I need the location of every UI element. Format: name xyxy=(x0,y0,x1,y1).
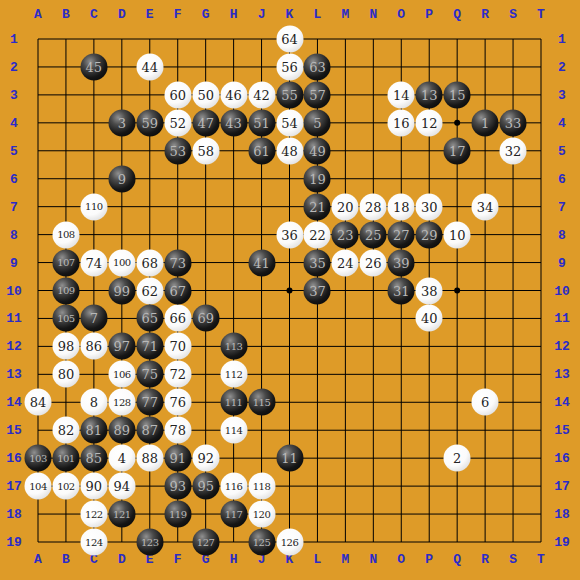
stone-white-60-F3[interactable]: 60 xyxy=(164,81,191,108)
coordinate-label-left-15: 15 xyxy=(6,423,22,438)
stone-white-58-G5[interactable]: 58 xyxy=(192,137,219,164)
stone-black-121-D18[interactable]: 121 xyxy=(108,501,135,528)
stone-black-7-C11[interactable]: 7 xyxy=(80,305,107,332)
move-number: 43 xyxy=(225,116,242,129)
coordinate-label-top-R: R xyxy=(481,7,489,22)
move-number: 55 xyxy=(281,88,298,101)
stone-black-127-G19[interactable]: 127 xyxy=(192,529,219,556)
move-number: 23 xyxy=(337,228,354,241)
stone-black-59-E4[interactable]: 59 xyxy=(136,109,163,136)
move-number: 29 xyxy=(421,228,438,241)
move-number: 14 xyxy=(393,88,410,101)
coordinate-label-right-12: 12 xyxy=(554,339,570,354)
coordinate-label-top-H: H xyxy=(230,7,238,22)
move-number: 35 xyxy=(309,256,326,269)
coordinate-label-right-13: 13 xyxy=(554,367,570,382)
move-number: 98 xyxy=(58,340,75,353)
coordinate-label-bottom-M: M xyxy=(341,552,349,567)
stone-white-54-K4[interactable]: 54 xyxy=(276,109,303,136)
stone-black-87-E15[interactable]: 87 xyxy=(136,417,163,444)
move-number: 95 xyxy=(197,480,214,493)
stone-white-116-H17[interactable]: 116 xyxy=(220,473,247,500)
stone-black-115-J14[interactable]: 115 xyxy=(248,389,275,416)
stone-white-80-B13[interactable]: 80 xyxy=(52,361,79,388)
stone-white-86-C12[interactable]: 86 xyxy=(80,333,107,360)
coordinate-label-top-B: B xyxy=(62,7,70,22)
stone-white-64-K1[interactable]: 64 xyxy=(276,26,303,53)
move-number: 128 xyxy=(113,397,131,407)
stone-white-36-K8[interactable]: 36 xyxy=(276,221,303,248)
move-number: 32 xyxy=(505,144,522,157)
stone-black-11-K16[interactable]: 11 xyxy=(276,445,303,472)
stone-black-71-E12[interactable]: 71 xyxy=(136,333,163,360)
move-number: 105 xyxy=(57,313,75,323)
move-number: 65 xyxy=(141,312,158,325)
move-number: 47 xyxy=(197,116,214,129)
move-number: 41 xyxy=(253,256,270,269)
stone-black-53-F5[interactable]: 53 xyxy=(164,137,191,164)
go-board[interactable]: AABBCCDDEEFFGGHHJJKKLLMMNNOOPPQQRRSSTT11… xyxy=(0,0,580,580)
stone-white-84-A14[interactable]: 84 xyxy=(25,389,52,416)
coordinate-label-bottom-P: P xyxy=(425,552,433,567)
stone-white-52-F4[interactable]: 52 xyxy=(164,109,191,136)
coordinate-label-top-D: D xyxy=(118,7,126,22)
move-number: 21 xyxy=(309,200,326,213)
move-number: 121 xyxy=(113,509,131,519)
move-number: 72 xyxy=(169,368,186,381)
coordinate-label-left-7: 7 xyxy=(10,199,18,214)
stone-white-124-C19[interactable]: 124 xyxy=(80,529,107,556)
stone-black-75-E13[interactable]: 75 xyxy=(136,361,163,388)
stone-black-109-B10[interactable]: 109 xyxy=(52,277,79,304)
stone-black-91-F16[interactable]: 91 xyxy=(164,445,191,472)
stone-black-61-J5[interactable]: 61 xyxy=(248,137,275,164)
move-number: 27 xyxy=(393,228,410,241)
move-number: 103 xyxy=(29,453,47,463)
stone-black-45-C2[interactable]: 45 xyxy=(80,53,107,80)
coordinate-label-bottom-D: D xyxy=(118,552,126,567)
coordinate-label-left-10: 10 xyxy=(6,283,22,298)
coordinate-label-bottom-H: H xyxy=(230,552,238,567)
coordinate-label-right-4: 4 xyxy=(558,115,566,130)
stone-white-38-P10[interactable]: 38 xyxy=(416,277,443,304)
move-number: 77 xyxy=(141,396,158,409)
stone-black-85-C16[interactable]: 85 xyxy=(80,445,107,472)
coordinate-label-top-E: E xyxy=(146,7,154,22)
move-number: 124 xyxy=(85,537,103,547)
coordinate-label-right-8: 8 xyxy=(558,227,566,242)
move-number: 24 xyxy=(337,256,354,269)
move-number: 18 xyxy=(393,200,410,213)
stone-black-33-S4[interactable]: 33 xyxy=(500,109,527,136)
move-number: 39 xyxy=(393,256,410,269)
coordinate-label-right-18: 18 xyxy=(554,507,570,522)
move-number: 2 xyxy=(453,452,461,465)
move-number: 85 xyxy=(86,452,103,465)
stone-black-123-E19[interactable]: 123 xyxy=(136,529,163,556)
move-number: 122 xyxy=(85,509,103,519)
move-number: 5 xyxy=(313,116,321,129)
star-point-Q10 xyxy=(454,288,460,294)
stone-black-25-N8[interactable]: 25 xyxy=(360,221,387,248)
coordinate-label-right-5: 5 xyxy=(558,143,566,158)
coordinate-label-left-9: 9 xyxy=(10,255,18,270)
move-number: 42 xyxy=(253,88,270,101)
stone-white-126-K19[interactable]: 126 xyxy=(276,529,303,556)
stone-black-3-D4[interactable]: 3 xyxy=(108,109,135,136)
coordinate-label-left-6: 6 xyxy=(10,171,18,186)
move-number: 56 xyxy=(281,60,298,73)
coordinate-label-left-8: 8 xyxy=(10,227,18,242)
move-number: 70 xyxy=(169,340,186,353)
move-number: 7 xyxy=(90,312,98,325)
stone-black-117-H18[interactable]: 117 xyxy=(220,501,247,528)
move-number: 86 xyxy=(86,340,103,353)
stone-black-63-L2[interactable]: 63 xyxy=(304,53,331,80)
move-number: 38 xyxy=(421,284,438,297)
stone-white-6-R14[interactable]: 6 xyxy=(472,389,499,416)
move-number: 125 xyxy=(253,537,271,547)
stone-black-73-F9[interactable]: 73 xyxy=(164,249,191,276)
stone-white-2-Q16[interactable]: 2 xyxy=(444,445,471,472)
stone-black-41-J9[interactable]: 41 xyxy=(248,249,275,276)
coordinate-label-right-15: 15 xyxy=(554,423,570,438)
stone-black-101-B16[interactable]: 101 xyxy=(52,445,79,472)
stone-white-108-B8[interactable]: 108 xyxy=(52,221,79,248)
stone-black-15-Q3[interactable]: 15 xyxy=(444,81,471,108)
stone-white-4-D16[interactable]: 4 xyxy=(108,445,135,472)
coordinate-label-bottom-L: L xyxy=(314,552,322,567)
stone-white-42-J3[interactable]: 42 xyxy=(248,81,275,108)
move-number: 67 xyxy=(169,284,186,297)
coordinate-label-left-1: 1 xyxy=(10,32,18,47)
stone-white-10-Q8[interactable]: 10 xyxy=(444,221,471,248)
move-number: 60 xyxy=(169,88,186,101)
coordinate-label-top-O: O xyxy=(397,7,405,22)
stone-black-1-R4[interactable]: 1 xyxy=(472,109,499,136)
coordinate-label-right-11: 11 xyxy=(554,311,570,326)
move-number: 93 xyxy=(169,480,186,493)
stone-black-21-L7[interactable]: 21 xyxy=(304,193,331,220)
move-number: 126 xyxy=(281,537,299,547)
move-number: 92 xyxy=(197,452,214,465)
stone-black-69-G11[interactable]: 69 xyxy=(192,305,219,332)
stone-black-81-C15[interactable]: 81 xyxy=(80,417,107,444)
coordinate-label-right-19: 19 xyxy=(554,535,570,550)
stone-black-51-J4[interactable]: 51 xyxy=(248,109,275,136)
move-number: 11 xyxy=(281,452,298,465)
stone-black-89-D15[interactable]: 89 xyxy=(108,417,135,444)
coordinate-label-top-L: L xyxy=(314,7,322,22)
move-number: 73 xyxy=(169,256,186,269)
stone-white-66-F11[interactable]: 66 xyxy=(164,305,191,332)
star-point-Q4 xyxy=(454,120,460,126)
move-number: 78 xyxy=(169,424,186,437)
coordinate-label-right-10: 10 xyxy=(554,283,570,298)
stone-white-72-F13[interactable]: 72 xyxy=(164,361,191,388)
stone-white-8-C14[interactable]: 8 xyxy=(80,389,107,416)
move-number: 101 xyxy=(57,453,75,463)
stone-white-112-H13[interactable]: 112 xyxy=(220,361,247,388)
stone-black-49-L5[interactable]: 49 xyxy=(304,137,331,164)
stone-white-102-B17[interactable]: 102 xyxy=(52,473,79,500)
stone-black-95-G17[interactable]: 95 xyxy=(192,473,219,500)
coordinate-label-right-16: 16 xyxy=(554,451,570,466)
move-number: 3 xyxy=(118,116,126,129)
move-number: 59 xyxy=(141,116,158,129)
stone-black-105-B11[interactable]: 105 xyxy=(52,305,79,332)
coordinate-label-right-9: 9 xyxy=(558,255,566,270)
move-number: 30 xyxy=(421,200,438,213)
move-number: 28 xyxy=(365,200,382,213)
stone-white-82-B15[interactable]: 82 xyxy=(52,417,79,444)
stone-white-22-L8[interactable]: 22 xyxy=(304,221,331,248)
stone-white-26-N9[interactable]: 26 xyxy=(360,249,387,276)
coordinate-label-right-14: 14 xyxy=(554,395,570,410)
stone-white-30-P7[interactable]: 30 xyxy=(416,193,443,220)
move-number: 1 xyxy=(481,116,489,129)
stone-black-103-A16[interactable]: 103 xyxy=(25,445,52,472)
move-number: 107 xyxy=(57,258,75,268)
move-number: 88 xyxy=(141,452,158,465)
move-number: 40 xyxy=(421,312,438,325)
stone-white-18-O7[interactable]: 18 xyxy=(388,193,415,220)
move-number: 97 xyxy=(114,340,131,353)
stone-white-12-P4[interactable]: 12 xyxy=(416,109,443,136)
coordinate-label-bottom-F: F xyxy=(174,552,182,567)
stone-white-106-D13[interactable]: 106 xyxy=(108,361,135,388)
stone-white-14-O3[interactable]: 14 xyxy=(388,81,415,108)
move-number: 69 xyxy=(197,312,214,325)
coordinate-label-bottom-O: O xyxy=(397,552,405,567)
move-number: 89 xyxy=(114,424,131,437)
stone-black-35-L9[interactable]: 35 xyxy=(304,249,331,276)
stone-black-31-O10[interactable]: 31 xyxy=(388,277,415,304)
coordinate-label-bottom-A: A xyxy=(34,552,42,567)
coordinate-label-left-16: 16 xyxy=(6,451,22,466)
coordinate-label-top-M: M xyxy=(341,7,349,22)
move-number: 99 xyxy=(114,284,131,297)
stone-white-88-E16[interactable]: 88 xyxy=(136,445,163,472)
stone-white-94-D17[interactable]: 94 xyxy=(108,473,135,500)
coordinate-label-right-7: 7 xyxy=(558,199,566,214)
move-number: 111 xyxy=(225,397,243,407)
stone-white-20-M7[interactable]: 20 xyxy=(332,193,359,220)
move-number: 16 xyxy=(393,116,410,129)
stone-white-128-D14[interactable]: 128 xyxy=(108,389,135,416)
move-number: 112 xyxy=(225,369,243,379)
stone-black-97-D12[interactable]: 97 xyxy=(108,333,135,360)
stone-black-19-L6[interactable]: 19 xyxy=(304,165,331,192)
coordinate-label-left-19: 19 xyxy=(6,535,22,550)
coordinate-label-top-C: C xyxy=(90,7,98,22)
stone-black-13-P3[interactable]: 13 xyxy=(416,81,443,108)
stone-black-17-Q5[interactable]: 17 xyxy=(444,137,471,164)
move-number: 84 xyxy=(30,396,47,409)
stone-black-9-D6[interactable]: 9 xyxy=(108,165,135,192)
stone-black-57-L3[interactable]: 57 xyxy=(304,81,331,108)
move-number: 109 xyxy=(57,286,75,296)
stone-black-67-F10[interactable]: 67 xyxy=(164,277,191,304)
coordinate-label-bottom-S: S xyxy=(509,552,517,567)
move-number: 82 xyxy=(58,424,75,437)
stone-white-98-B12[interactable]: 98 xyxy=(52,333,79,360)
coordinate-label-left-4: 4 xyxy=(10,115,18,130)
stone-white-46-H3[interactable]: 46 xyxy=(220,81,247,108)
move-number: 12 xyxy=(421,116,438,129)
coordinate-label-bottom-B: B xyxy=(62,552,70,567)
move-number: 22 xyxy=(309,228,326,241)
stone-white-28-N7[interactable]: 28 xyxy=(360,193,387,220)
move-number: 6 xyxy=(481,396,489,409)
stone-black-65-E11[interactable]: 65 xyxy=(136,305,163,332)
star-point-K10 xyxy=(287,288,293,294)
move-number: 90 xyxy=(86,480,103,493)
coordinate-label-top-S: S xyxy=(509,7,517,22)
move-number: 37 xyxy=(309,284,326,297)
move-number: 61 xyxy=(253,144,270,157)
move-number: 51 xyxy=(253,116,270,129)
move-number: 33 xyxy=(505,116,522,129)
stone-black-55-K3[interactable]: 55 xyxy=(276,81,303,108)
move-number: 119 xyxy=(169,509,187,519)
move-number: 114 xyxy=(225,425,243,435)
move-number: 44 xyxy=(141,60,158,73)
move-number: 113 xyxy=(225,341,243,351)
stone-black-29-P8[interactable]: 29 xyxy=(416,221,443,248)
move-number: 66 xyxy=(169,312,186,325)
coordinate-label-top-N: N xyxy=(369,7,377,22)
stone-black-107-B9[interactable]: 107 xyxy=(52,249,79,276)
stone-black-43-H4[interactable]: 43 xyxy=(220,109,247,136)
coordinate-label-top-K: K xyxy=(286,7,294,22)
move-number: 102 xyxy=(57,481,75,491)
stone-black-119-F18[interactable]: 119 xyxy=(164,501,191,528)
move-number: 87 xyxy=(141,424,158,437)
move-number: 26 xyxy=(365,256,382,269)
coordinate-label-bottom-Q: Q xyxy=(453,552,461,567)
coordinate-label-left-17: 17 xyxy=(6,479,22,494)
stone-white-92-G16[interactable]: 92 xyxy=(192,445,219,472)
coordinate-label-top-T: T xyxy=(537,7,545,22)
stone-black-113-H12[interactable]: 113 xyxy=(220,333,247,360)
move-number: 4 xyxy=(118,452,126,465)
move-number: 62 xyxy=(141,284,158,297)
move-number: 100 xyxy=(113,258,131,268)
stone-black-23-M8[interactable]: 23 xyxy=(332,221,359,248)
stone-white-110-C7[interactable]: 110 xyxy=(80,193,107,220)
move-number: 76 xyxy=(169,396,186,409)
stone-black-125-J19[interactable]: 125 xyxy=(248,529,275,556)
stone-white-76-F14[interactable]: 76 xyxy=(164,389,191,416)
stone-black-27-O8[interactable]: 27 xyxy=(388,221,415,248)
stone-white-62-E10[interactable]: 62 xyxy=(136,277,163,304)
move-number: 71 xyxy=(141,340,158,353)
stone-black-111-H14[interactable]: 111 xyxy=(220,389,247,416)
stone-white-32-S5[interactable]: 32 xyxy=(500,137,527,164)
stone-white-100-D9[interactable]: 100 xyxy=(108,249,135,276)
move-number: 120 xyxy=(253,509,271,519)
stone-white-48-K5[interactable]: 48 xyxy=(276,137,303,164)
coordinate-label-bottom-T: T xyxy=(537,552,545,567)
move-number: 75 xyxy=(141,368,158,381)
move-number: 20 xyxy=(337,200,354,213)
coordinate-label-right-3: 3 xyxy=(558,87,566,102)
move-number: 50 xyxy=(197,88,214,101)
move-number: 46 xyxy=(225,88,242,101)
stone-white-114-H15[interactable]: 114 xyxy=(220,417,247,444)
stone-white-16-O4[interactable]: 16 xyxy=(388,109,415,136)
move-number: 48 xyxy=(281,144,298,157)
move-number: 8 xyxy=(90,396,98,409)
stone-white-56-K2[interactable]: 56 xyxy=(276,53,303,80)
move-number: 74 xyxy=(86,256,103,269)
coordinate-label-top-A: A xyxy=(34,7,42,22)
move-number: 54 xyxy=(281,116,298,129)
move-number: 19 xyxy=(309,172,326,185)
move-number: 9 xyxy=(118,172,126,185)
stone-white-120-J18[interactable]: 120 xyxy=(248,501,275,528)
coordinate-label-bottom-R: R xyxy=(481,552,489,567)
move-number: 34 xyxy=(477,200,494,213)
stone-black-93-F17[interactable]: 93 xyxy=(164,473,191,500)
stone-white-74-C9[interactable]: 74 xyxy=(80,249,107,276)
stone-black-39-O9[interactable]: 39 xyxy=(388,249,415,276)
coordinate-label-right-1: 1 xyxy=(558,32,566,47)
move-number: 36 xyxy=(281,228,298,241)
move-number: 116 xyxy=(225,481,243,491)
stone-white-40-P11[interactable]: 40 xyxy=(416,305,443,332)
move-number: 104 xyxy=(29,481,47,491)
stone-white-118-J17[interactable]: 118 xyxy=(248,473,275,500)
coordinate-label-top-F: F xyxy=(174,7,182,22)
stone-black-77-E14[interactable]: 77 xyxy=(136,389,163,416)
move-number: 118 xyxy=(253,481,271,491)
move-number: 64 xyxy=(281,33,298,46)
coordinate-label-top-P: P xyxy=(425,7,433,22)
stone-white-104-A17[interactable]: 104 xyxy=(25,473,52,500)
stone-white-44-E2[interactable]: 44 xyxy=(136,53,163,80)
move-number: 94 xyxy=(114,480,131,493)
stone-white-68-E9[interactable]: 68 xyxy=(136,249,163,276)
stone-white-78-F15[interactable]: 78 xyxy=(164,417,191,444)
stone-black-99-D10[interactable]: 99 xyxy=(108,277,135,304)
move-number: 25 xyxy=(365,228,382,241)
coordinate-label-left-13: 13 xyxy=(6,367,22,382)
move-number: 57 xyxy=(309,88,326,101)
stone-white-50-G3[interactable]: 50 xyxy=(192,81,219,108)
coordinate-label-left-5: 5 xyxy=(10,143,18,158)
stone-white-70-F12[interactable]: 70 xyxy=(164,333,191,360)
stone-black-5-L4[interactable]: 5 xyxy=(304,109,331,136)
stone-white-90-C17[interactable]: 90 xyxy=(80,473,107,500)
move-number: 17 xyxy=(449,144,466,157)
move-number: 80 xyxy=(58,368,75,381)
stone-white-34-R7[interactable]: 34 xyxy=(472,193,499,220)
move-number: 53 xyxy=(169,144,186,157)
move-number: 91 xyxy=(169,452,186,465)
coordinate-label-top-J: J xyxy=(258,7,266,22)
stone-white-24-M9[interactable]: 24 xyxy=(332,249,359,276)
stone-black-47-G4[interactable]: 47 xyxy=(192,109,219,136)
stone-black-37-L10[interactable]: 37 xyxy=(304,277,331,304)
coordinate-label-left-18: 18 xyxy=(6,507,22,522)
coordinate-label-left-3: 3 xyxy=(10,87,18,102)
move-number: 81 xyxy=(86,424,103,437)
move-number: 115 xyxy=(253,397,271,407)
stone-white-122-C18[interactable]: 122 xyxy=(80,501,107,528)
move-number: 63 xyxy=(309,60,326,73)
